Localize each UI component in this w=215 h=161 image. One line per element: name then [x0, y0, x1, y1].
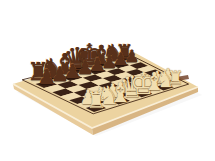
piece-black-pawn[interactable]: ♟ — [124, 48, 139, 65]
product-photo: ♜♞♝♛♚♝♞♜♟♟♟♟♟♟♟♟♟♟♟♟♟♟♟♟♜♞♝♛♚♝♞♜ — [0, 0, 215, 161]
piece-white-rook[interactable]: ♜ — [167, 68, 184, 87]
pieces-layer: ♜♞♝♛♚♝♞♜♟♟♟♟♟♟♟♟♟♟♟♟♟♟♟♟♜♞♝♛♚♝♞♜ — [0, 0, 215, 161]
